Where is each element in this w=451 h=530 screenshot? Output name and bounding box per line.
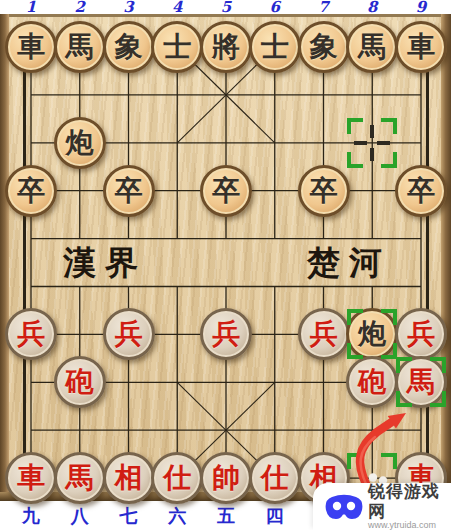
watermark-site-url: www.ytruida.com [368, 521, 451, 530]
move-arrow [0, 0, 451, 530]
watermark-badge: 锐得游戏网 www.ytruida.com [313, 483, 451, 530]
xiangqi-app-screenshot: 漢界 楚河 123456789九八七六五四三二一 車馬象士將士象馬車炮卒卒卒卒卒… [0, 0, 451, 530]
watermark-site-name: 锐得游戏网 [368, 482, 451, 521]
game-controller-icon [323, 492, 365, 522]
